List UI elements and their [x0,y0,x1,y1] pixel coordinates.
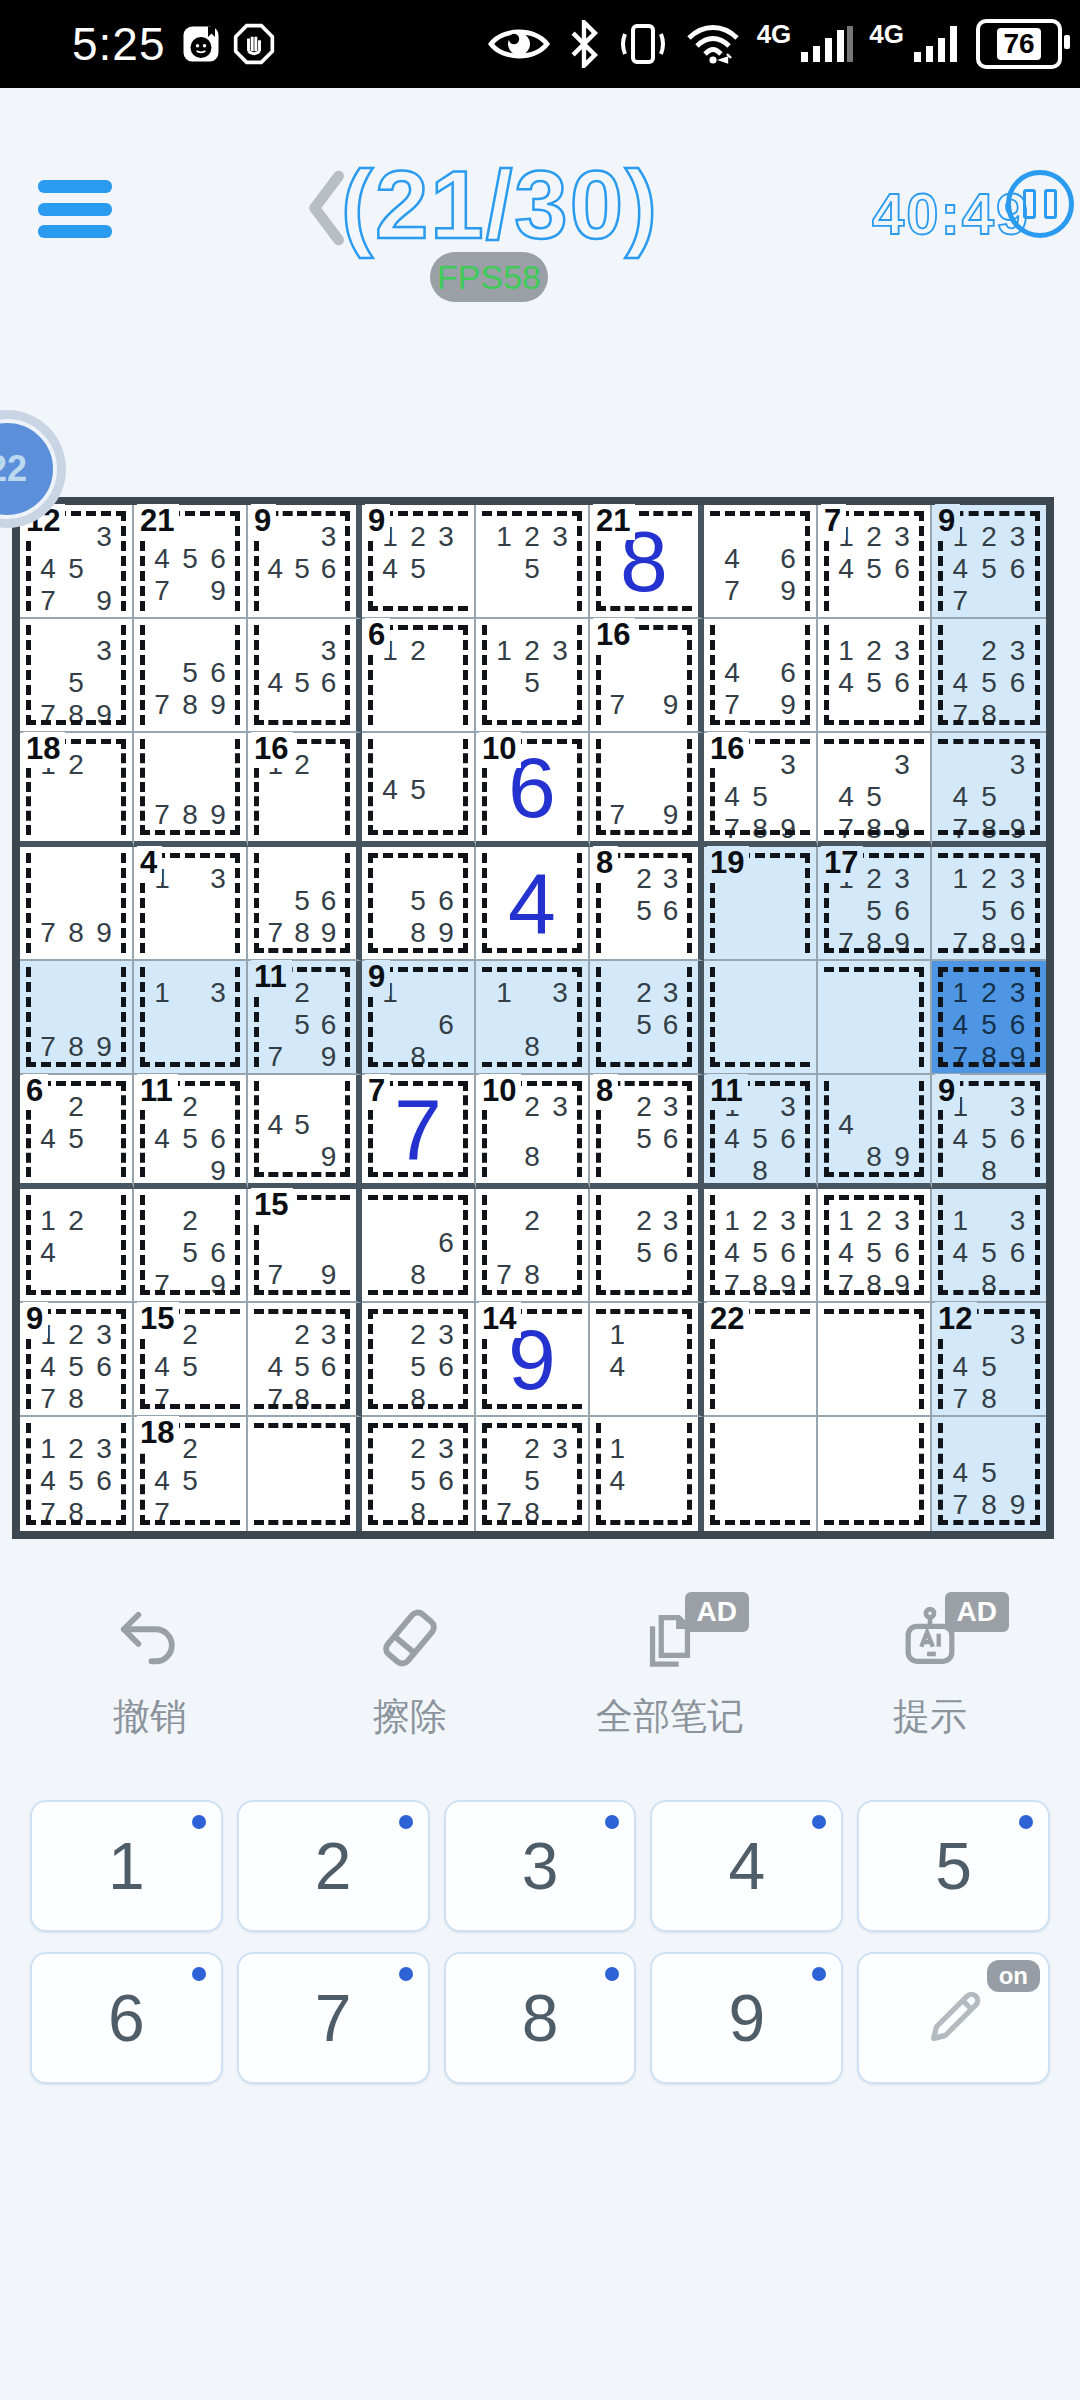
cell-r8c6[interactable]: 14 [590,1303,704,1417]
note-3: 3 [888,1205,916,1237]
note-6: 6 [888,553,916,585]
note-4: 4 [946,1351,975,1383]
numpad-key-3[interactable]: 3 [444,1800,637,1932]
note-1: 1 [490,635,518,667]
numpad-key-9[interactable]: 9 [650,1952,843,2084]
numpad-key-4[interactable]: 4 [650,1800,843,1932]
cell-r7c5[interactable]: 278 [476,1189,590,1303]
numpad-digit: 9 [728,1980,765,2056]
cell-r1c1[interactable]: 1234579 [20,505,134,619]
cell-r1c4[interactable]: 912345 [362,505,476,619]
cage-border [254,1423,350,1525]
cell-r7c9[interactable]: 134568 [932,1189,1046,1303]
cell-r9c2[interactable]: 182457 [134,1417,248,1531]
cell-r7c6[interactable]: 2356 [590,1189,704,1303]
cell-r9c8[interactable] [818,1417,932,1531]
note-3: 3 [90,1433,118,1465]
cell-r8c5[interactable]: 149 [476,1303,590,1417]
note-6: 6 [204,657,232,689]
note-4: 4 [34,1123,62,1155]
note-8: 8 [62,1031,90,1063]
cell-r1c6[interactable]: 218 [590,505,704,619]
note-7: 7 [946,1041,975,1073]
eye-icon [487,22,551,66]
note-4: 4 [832,1237,860,1269]
cell-r5c6[interactable]: 2356 [590,961,704,1075]
note-2: 2 [176,1091,204,1123]
pencil-notes: 23568 [376,1319,460,1405]
numpad-digit: 1 [108,1828,145,1904]
note-8: 8 [289,917,316,949]
note-7: 7 [148,1497,176,1529]
note-7: 7 [946,1489,975,1521]
cell-r8c4[interactable]: 23568 [362,1303,476,1417]
note-8: 8 [176,689,204,721]
note-5: 5 [62,553,90,585]
note-1: 1 [604,1319,631,1351]
note-6: 6 [432,1465,460,1497]
cell-r5c8[interactable] [818,961,932,1075]
cell-r2c3[interactable]: 3456 [248,619,362,733]
note-mode-dot [812,1967,826,1981]
note-7: 7 [490,1259,518,1291]
cell-r2c6[interactable]: 1679 [590,619,704,733]
cage-sum: 15 [251,1188,293,1224]
cell-r2c7[interactable]: 4679 [704,619,818,733]
note-4: 4 [148,1123,176,1155]
cell-r8c2[interactable]: 152457 [134,1303,248,1417]
numpad-key-8[interactable]: 8 [444,1952,637,2084]
note-4: 4 [148,543,176,575]
cell-r3c9[interactable]: 345789 [932,733,1046,847]
note-6: 6 [432,885,460,917]
cage-sum: 22 [707,1302,749,1338]
note-6: 6 [1003,1123,1032,1155]
cell-r6c2[interactable]: 1124569 [134,1075,248,1189]
note-4: 4 [946,1457,975,1489]
cell-r5c3[interactable]: 1125679 [248,961,362,1075]
numpad-key-2[interactable]: 2 [237,1800,430,1932]
pencil-notes: 2356 [604,977,684,1063]
note-2: 2 [176,1205,204,1237]
note-4: 4 [832,667,860,699]
pencil-notes: 56789 [262,863,342,949]
cell-r7c7[interactable]: 123456789 [704,1189,818,1303]
note-6: 6 [774,657,802,689]
network-type-badge: 4G [757,19,792,50]
note-1: 1 [148,977,176,1009]
note-5: 5 [518,553,546,585]
note-6: 6 [657,895,684,927]
cell-r6c9[interactable]: 9134568 [932,1075,1046,1189]
note-5: 5 [289,667,316,699]
pencil-notes: 35789 [34,635,118,721]
cell-r9c3[interactable] [248,1417,362,1531]
cell-r8c9[interactable]: 1234578 [932,1303,1046,1417]
cell-r7c2[interactable]: 25679 [134,1189,248,1303]
note-2: 2 [975,977,1004,1009]
cage-sum: 9 [365,960,390,996]
undo-button[interactable]: 撤销 [65,1598,235,1778]
note-3: 3 [432,1433,460,1465]
note-4: 4 [946,1123,975,1155]
note-8: 8 [518,1141,546,1173]
note-8: 8 [860,813,888,845]
cage-sum: 9 [251,504,276,540]
cell-r4c2[interactable]: 413 [134,847,248,961]
cell-r3c4[interactable]: 45 [362,733,476,847]
note-7: 7 [148,575,176,607]
cell-r8c8[interactable] [818,1303,932,1417]
numpad-digit: 8 [522,1980,559,2056]
note-5: 5 [631,1009,658,1041]
cell-r2c4[interactable]: 612 [362,619,476,733]
note-5: 5 [404,885,432,917]
note-7: 7 [34,1031,62,1063]
note-5: 5 [860,1237,888,1269]
note-5: 5 [975,1351,1004,1383]
cell-r3c3[interactable]: 1612 [248,733,362,847]
note-6: 6 [90,1465,118,1497]
note-2: 2 [631,863,658,895]
cell-r1c5[interactable]: 1235 [476,505,590,619]
cell-r9c4[interactable]: 23568 [362,1417,476,1531]
note-2: 2 [518,635,546,667]
note-5: 5 [860,553,888,585]
cage-sum: 18 [137,1416,179,1452]
numpad-key-1[interactable]: 1 [30,1800,223,1932]
cell-r9c7[interactable] [704,1417,818,1531]
note-6: 6 [1003,667,1032,699]
pencil-notes: 134568 [946,1205,1032,1291]
note-8: 8 [860,1141,888,1173]
note-3: 3 [657,863,684,895]
note-8: 8 [975,1489,1004,1521]
pencil-notes: 2356 [604,1205,684,1291]
note-3: 3 [774,1091,802,1123]
pencil-notes: 459 [262,1091,342,1173]
note-3: 3 [888,863,916,895]
cell-r6c8[interactable]: 489 [818,1075,932,1189]
note-5: 5 [975,1009,1004,1041]
cage-border [824,967,924,1067]
note-5: 5 [860,781,888,813]
cell-r3c6[interactable]: 79 [590,733,704,847]
note-8: 8 [62,1383,90,1415]
note-5: 5 [746,1123,774,1155]
note-9: 9 [90,585,118,617]
pencil-notes: 123456 [832,635,916,721]
messenger-icon [180,23,222,65]
note-2: 2 [404,635,432,667]
note-2: 2 [176,1319,204,1351]
note-4: 4 [832,553,860,585]
cage-sum: 16 [707,732,749,768]
cell-r7c1[interactable]: 124 [20,1189,134,1303]
cell-r1c8[interactable]: 7123456 [818,505,932,619]
note-6: 6 [432,1227,460,1259]
undo-label: 撤销 [113,1692,187,1742]
cell-r3c8[interactable]: 345789 [818,733,932,847]
note-5: 5 [176,1237,204,1269]
cell-r5c1[interactable]: 789 [20,961,134,1075]
cell-r2c5[interactable]: 1235 [476,619,590,733]
note-5: 5 [860,895,888,927]
note-2: 2 [518,1205,546,1237]
cell-r9c9[interactable]: 45789 [932,1417,1046,1531]
numpad-digit: 2 [315,1828,352,1904]
note-4: 4 [34,1351,62,1383]
cell-r4c1[interactable]: 789 [20,847,134,961]
note-3: 3 [546,977,574,1009]
pencil-notes: 345789 [832,749,916,831]
note-3: 3 [204,863,232,895]
note-5: 5 [975,1123,1004,1155]
note-9: 9 [774,1269,802,1301]
note-4: 4 [718,1237,746,1269]
note-mode-dot [192,1815,206,1829]
pencil-notes: 789 [34,863,118,949]
cell-r4c5[interactable]: 4 [476,847,590,961]
signal-icon [799,20,853,68]
cage-sum: 21 [593,504,635,540]
numpad: 123456789on [30,1800,1050,2084]
cell-r4c3[interactable]: 56789 [248,847,362,961]
note-4: 4 [262,553,289,585]
cell-r5c2[interactable]: 13 [134,961,248,1075]
pencil-notes: 124 [34,1205,118,1291]
vibrate-icon [617,20,669,68]
note-2: 2 [404,521,432,553]
note-5: 5 [176,543,204,575]
pencil-notes: 14 [604,1319,684,1405]
pencil-notes: 1235 [490,521,574,607]
battery-icon: 76 [976,19,1062,69]
note-8: 8 [975,1383,1004,1415]
numpad-key-5[interactable]: 5 [857,1800,1050,1932]
cell-r1c3[interactable]: 93456 [248,505,362,619]
pencil-notes: 123456789 [832,1205,916,1291]
ad-badge: AD [945,1592,1009,1632]
cell-r1c2[interactable]: 2145679 [134,505,248,619]
note-7: 7 [718,813,746,845]
cell-r8c7[interactable]: 22 [704,1303,818,1417]
cell-r4c7[interactable]: 19 [704,847,818,961]
note-5: 5 [631,1237,658,1269]
cell-r4c6[interactable]: 82356 [590,847,704,961]
cell-r5c9[interactable]: 123456789 [932,961,1046,1075]
all-notes-button[interactable]: AD 全部笔记 [585,1598,755,1778]
pencil-notes: 14 [604,1433,684,1521]
note-9: 9 [1003,813,1032,845]
pencil-toggle-button[interactable]: on [857,1952,1050,2084]
hint-button[interactable]: AD 提示 [845,1598,1015,1778]
numpad-key-6[interactable]: 6 [30,1952,223,2084]
note-4: 4 [832,1109,860,1141]
note-2: 2 [746,1205,774,1237]
note-6: 6 [315,553,342,585]
note-4: 4 [262,1351,289,1383]
erase-label: 擦除 [373,1692,447,1742]
note-1: 1 [946,977,975,1009]
cell-r6c5[interactable]: 10238 [476,1075,590,1189]
cell-r5c4[interactable]: 9168 [362,961,476,1075]
cell-r7c4[interactable]: 68 [362,1189,476,1303]
cell-r1c7[interactable]: 4679 [704,505,818,619]
note-2: 2 [518,1091,546,1123]
sudoku-board: 1234579214567993456912345123521846797123… [12,497,1054,1539]
cell-r2c2[interactable]: 56789 [134,619,248,733]
note-3: 3 [546,521,574,553]
note-1: 1 [832,1205,860,1237]
cell-r2c8[interactable]: 123456 [818,619,932,733]
cage-sum: 9 [23,1302,48,1338]
cage-sum: 7 [821,504,846,540]
note-8: 8 [404,1497,432,1529]
pencil-notes: 2345678 [946,635,1032,721]
signal-icon [912,20,960,68]
note-7: 7 [946,699,975,731]
cell-r7c8[interactable]: 123456789 [818,1189,932,1303]
pencil-notes: 23568 [376,1433,460,1521]
cage-sum: 21 [137,504,179,540]
cell-r5c7[interactable] [704,961,818,1075]
cage-sum: 16 [593,618,635,654]
pencil-notes: 12356789 [946,863,1032,949]
numpad-key-7[interactable]: 7 [237,1952,430,2084]
note-mode-dot [605,1815,619,1829]
note-mode-dot [605,1967,619,1981]
cell-r6c3[interactable]: 459 [248,1075,362,1189]
cell-r7c3[interactable]: 1579 [248,1189,362,1303]
cage-border [824,1309,924,1409]
note-7: 7 [34,917,62,949]
note-2: 2 [404,1319,432,1351]
note-7: 7 [262,917,289,949]
note-3: 3 [90,1319,118,1351]
note-3: 3 [1003,635,1032,667]
note-8: 8 [404,1259,432,1291]
note-3: 3 [546,1091,574,1123]
cell-r5c5[interactable]: 138 [476,961,590,1075]
note-2: 2 [975,635,1004,667]
menu-button[interactable] [38,180,112,238]
cell-r3c7[interactable]: 16345789 [704,733,818,847]
note-5: 5 [176,1123,204,1155]
note-9: 9 [432,917,460,949]
pencil-notes: 489 [832,1091,916,1173]
cell-r4c9[interactable]: 12356789 [932,847,1046,961]
note-5: 5 [631,895,658,927]
cell-r9c6[interactable]: 14 [590,1417,704,1531]
cell-r6c1[interactable]: 6245 [20,1075,134,1189]
note-2: 2 [975,863,1004,895]
erase-button[interactable]: 擦除 [325,1598,495,1778]
cell-r9c5[interactable]: 23578 [476,1417,590,1531]
bluetooth-icon [567,20,601,68]
note-1: 1 [490,521,518,553]
note-7: 7 [946,813,975,845]
note-9: 9 [774,575,802,607]
cage-sum: 10 [479,1074,521,1110]
cell-r2c9[interactable]: 2345678 [932,619,1046,733]
note-5: 5 [176,657,204,689]
note-6: 6 [204,1237,232,1269]
note-9: 9 [204,575,232,607]
page-title: (21/30) [330,150,670,260]
note-2: 2 [62,1319,90,1351]
cage-sum: 11 [137,1074,178,1110]
cell-r3c5[interactable]: 106 [476,733,590,847]
note-2: 2 [62,1205,90,1237]
cell-r4c8[interactable]: 1712356789 [818,847,932,961]
note-3: 3 [432,1319,460,1351]
note-7: 7 [262,1259,289,1291]
fps-badge: FPS58 [430,252,548,302]
cell-r2c1[interactable]: 35789 [20,619,134,733]
cell-r1c9[interactable]: 91234567 [932,505,1046,619]
note-1: 1 [604,1433,631,1465]
note-8: 8 [860,1269,888,1301]
cell-r4c4[interactable]: 5689 [362,847,476,961]
note-8: 8 [975,927,1004,959]
note-9: 9 [774,813,802,845]
note-8: 8 [975,1155,1004,1187]
note-3: 3 [1003,977,1032,1009]
network-type-badge: 4G [869,19,904,50]
note-7: 7 [946,1383,975,1415]
note-5: 5 [404,1465,432,1497]
note-5: 5 [289,553,316,585]
cell-r3c2[interactable]: 789 [134,733,248,847]
cell-r3c1[interactable]: 1812 [20,733,134,847]
hand-block-icon [232,22,276,66]
note-1: 1 [718,1205,746,1237]
note-7: 7 [34,1497,62,1529]
pause-button[interactable] [1006,170,1074,238]
cell-r8c1[interactable]: 912345678 [20,1303,134,1417]
note-5: 5 [404,1351,432,1383]
note-1: 1 [946,1205,975,1237]
note-9: 9 [657,689,684,721]
note-4: 4 [718,781,746,813]
app-screen: 5:25 4G 4G 76 (21/30) FPS58 40:49 22 12 [0,0,1080,2400]
cell-r9c1[interactable]: 12345678 [20,1417,134,1531]
cage-border [824,1423,924,1525]
note-9: 9 [1003,1041,1032,1073]
cell-r6c6[interactable]: 82356 [590,1075,704,1189]
cage-sum: 14 [479,1302,521,1338]
note-8: 8 [518,1497,546,1529]
note-5: 5 [975,553,1004,585]
cage-sum: 18 [23,732,65,768]
floating-bubble-label: 22 [0,419,57,519]
note-2: 2 [518,1433,546,1465]
note-4: 4 [34,553,62,585]
note-2: 2 [176,1433,204,1465]
note-7: 7 [718,1269,746,1301]
cell-r6c4[interactable]: 77 [362,1075,476,1189]
note-8: 8 [746,1155,774,1187]
cell-r8c3[interactable]: 2345678 [248,1303,362,1417]
note-5: 5 [746,1237,774,1269]
note-7: 7 [946,927,975,959]
note-5: 5 [404,774,432,806]
cell-r6c7[interactable]: 11134568 [704,1075,818,1189]
note-4: 4 [34,1237,62,1269]
note-7: 7 [262,1041,289,1073]
note-8: 8 [404,917,432,949]
